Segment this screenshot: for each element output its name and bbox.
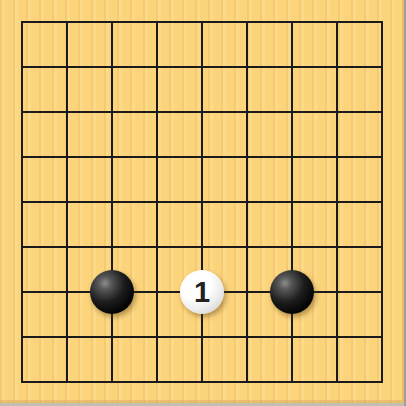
black-stone <box>90 270 134 314</box>
white-stone: 1 <box>180 270 224 314</box>
stones-layer: 1 <box>0 0 405 405</box>
go-board[interactable]: 1 <box>0 0 406 406</box>
black-stone <box>270 270 314 314</box>
move-number-label: 1 <box>194 278 210 307</box>
